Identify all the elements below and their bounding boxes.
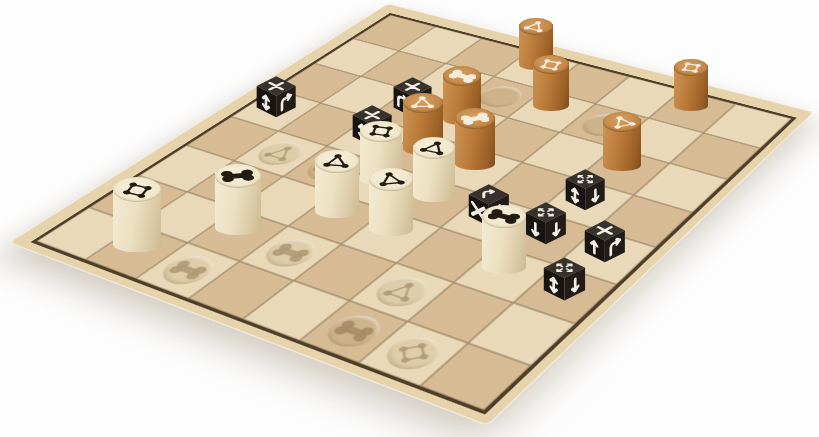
embossed-plain-medallion <box>574 111 634 141</box>
board-grid <box>30 13 796 415</box>
game-photo <box>0 0 819 437</box>
pawn-top-face <box>519 18 553 36</box>
game-board <box>37 13 790 406</box>
square-glyph <box>679 61 703 74</box>
pawn-top-face <box>674 59 708 77</box>
triangle-glyph <box>523 20 547 33</box>
